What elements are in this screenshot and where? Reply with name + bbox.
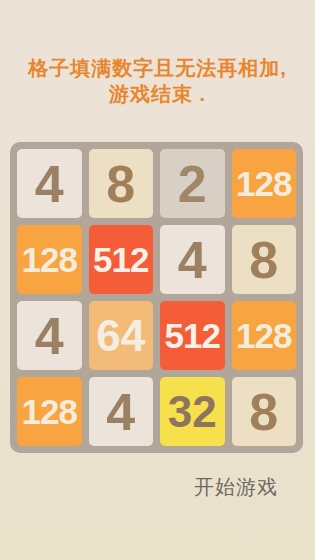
- tile-r1c3: 2: [160, 149, 225, 218]
- game-over-hint-line2: 游戏结束 .: [0, 81, 315, 107]
- game-over-hint-line1: 格子填满数字且无法再相加,: [0, 55, 315, 81]
- tile-r1c4: 128: [232, 149, 297, 218]
- tile-r2c1: 128: [17, 225, 82, 294]
- game-over-hint: 格子填满数字且无法再相加, 游戏结束 .: [0, 55, 315, 107]
- tile-r1c1: 4: [17, 149, 82, 218]
- tile-r1c2: 8: [89, 149, 154, 218]
- tile-r4c1: 128: [17, 377, 82, 446]
- tile-r4c4: 8: [232, 377, 297, 446]
- tile-r2c4: 8: [232, 225, 297, 294]
- board-grid[interactable]: 482128128512484645121281284328: [10, 142, 303, 453]
- start-game-button[interactable]: 开始游戏: [194, 474, 278, 501]
- tile-r2c2: 512: [89, 225, 154, 294]
- tile-r3c4: 128: [232, 301, 297, 370]
- tile-r3c3: 512: [160, 301, 225, 370]
- tile-r4c2: 4: [89, 377, 154, 446]
- tile-r2c3: 4: [160, 225, 225, 294]
- tile-r3c1: 4: [17, 301, 82, 370]
- tile-r3c2: 64: [89, 301, 154, 370]
- tile-r4c3: 32: [160, 377, 225, 446]
